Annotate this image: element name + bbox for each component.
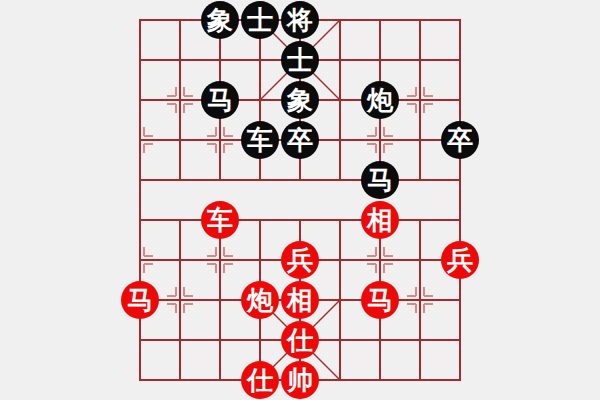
piece-red-炮[interactable]: 炮 <box>241 281 279 319</box>
piece-red-仕[interactable]: 仕 <box>241 361 279 399</box>
piece-black-卒[interactable]: 卒 <box>281 121 319 159</box>
piece-black-马[interactable]: 马 <box>201 81 239 119</box>
piece-red-车[interactable]: 车 <box>201 201 239 239</box>
piece-red-兵[interactable]: 兵 <box>281 241 319 279</box>
pieces-layer: 象士将士马象炮车卒卒马车相兵兵马炮相马仕仕帅 <box>120 0 480 400</box>
piece-black-车[interactable]: 车 <box>241 121 279 159</box>
piece-red-仕[interactable]: 仕 <box>281 321 319 359</box>
piece-black-马[interactable]: 马 <box>361 161 399 199</box>
piece-black-炮[interactable]: 炮 <box>361 81 399 119</box>
piece-red-马[interactable]: 马 <box>121 281 159 319</box>
piece-red-帅[interactable]: 帅 <box>281 361 319 399</box>
piece-red-相[interactable]: 相 <box>361 201 399 239</box>
piece-red-相[interactable]: 相 <box>281 281 319 319</box>
piece-black-卒[interactable]: 卒 <box>441 121 479 159</box>
piece-black-士[interactable]: 士 <box>281 41 319 79</box>
piece-black-象[interactable]: 象 <box>281 81 319 119</box>
piece-red-马[interactable]: 马 <box>361 281 399 319</box>
piece-black-象[interactable]: 象 <box>201 1 239 39</box>
piece-black-士[interactable]: 士 <box>241 1 279 39</box>
piece-black-将[interactable]: 将 <box>281 1 319 39</box>
xiangqi-board-diagram: 象士将士马象炮车卒卒马车相兵兵马炮相马仕仕帅 <box>0 0 600 400</box>
piece-red-兵[interactable]: 兵 <box>441 241 479 279</box>
